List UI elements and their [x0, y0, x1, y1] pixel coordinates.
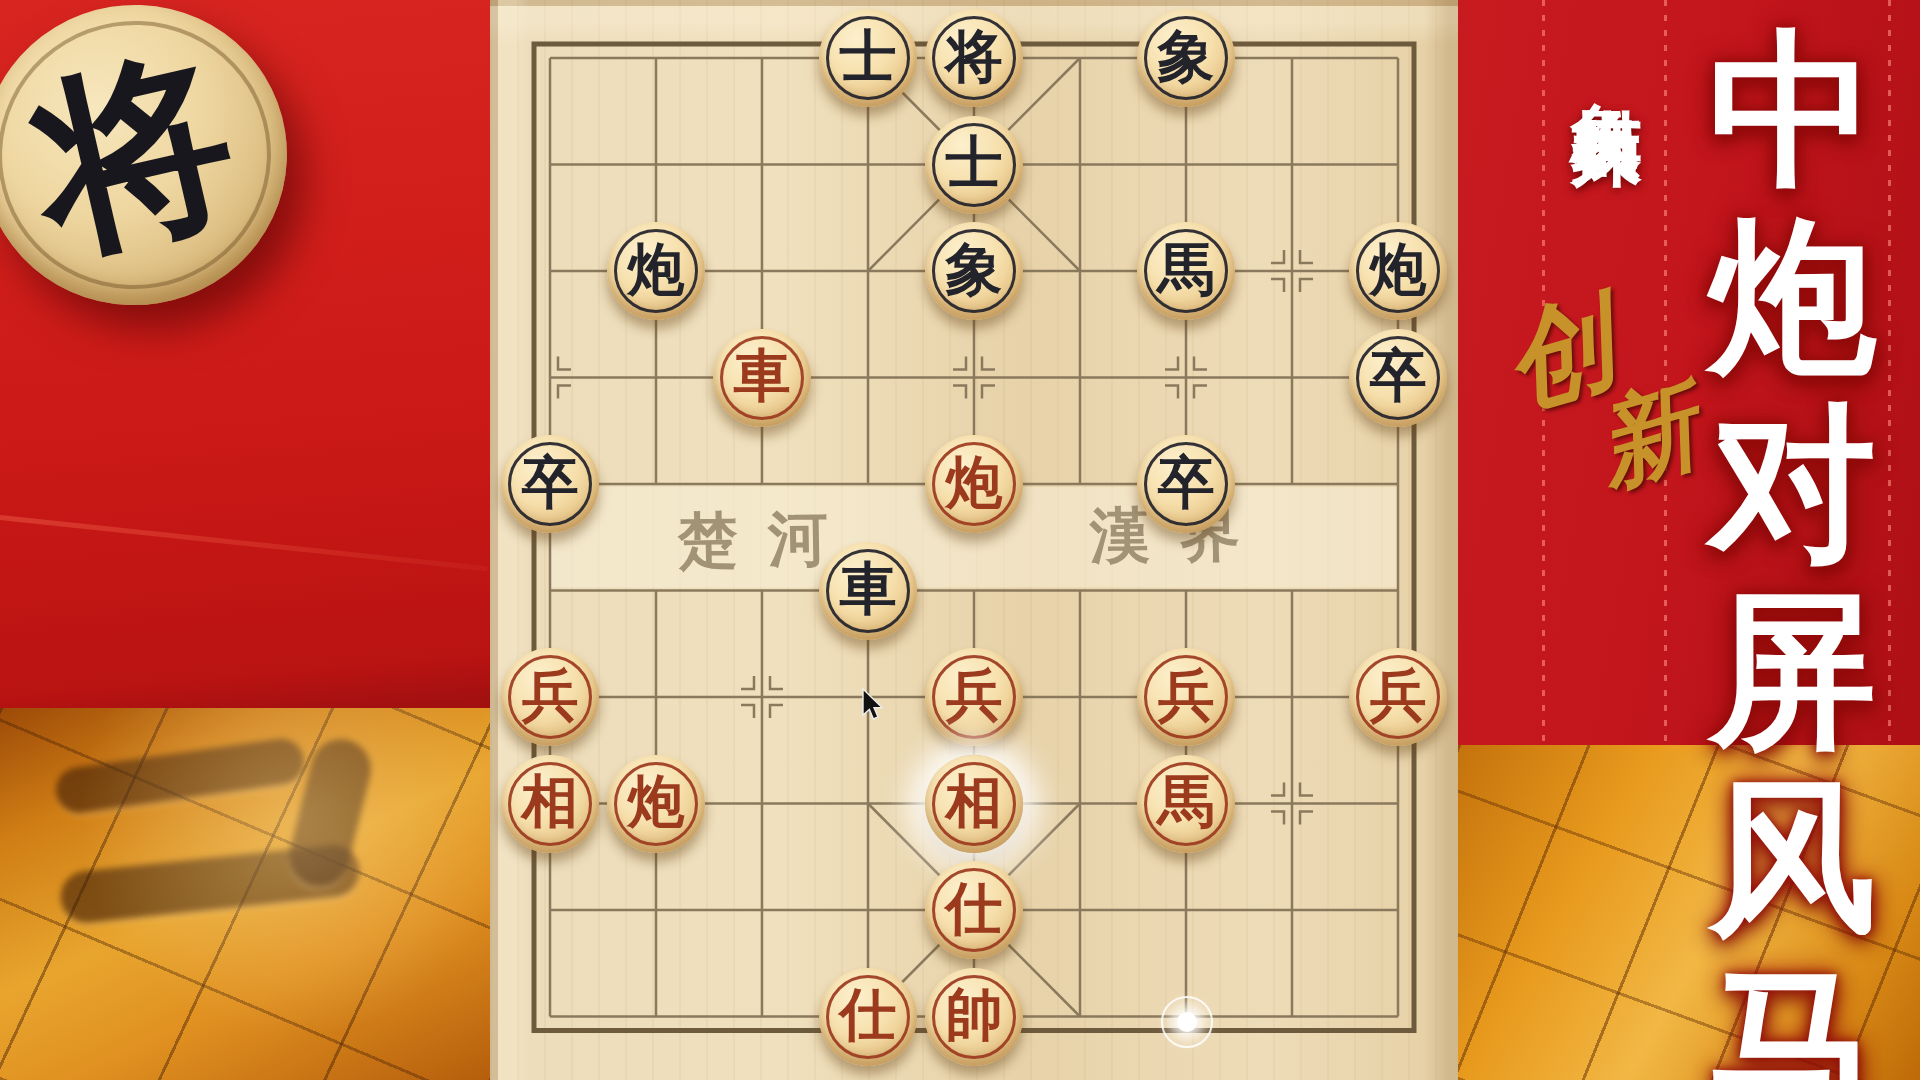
carving-stroke [283, 733, 378, 893]
piece-glyph: 卒 [522, 454, 579, 511]
piece-red-f6r6[interactable]: 兵 [1137, 648, 1235, 746]
piece-glyph: 卒 [1158, 454, 1215, 511]
piece-glyph: 馬 [1158, 773, 1215, 830]
piece-glyph: 仕 [946, 880, 1003, 937]
piece-red-f2r3[interactable]: 車 [713, 329, 811, 427]
photo-piece-general: 将 [0, 0, 309, 327]
piece-glyph: 仕 [840, 986, 897, 1043]
piece-glyph: 車 [734, 347, 791, 404]
piece-glyph: 将 [946, 28, 1003, 85]
piece-black-f8r3[interactable]: 卒 [1349, 329, 1447, 427]
stitch-line [1664, 0, 1667, 745]
piece-black-f3r0[interactable]: 士 [819, 9, 917, 107]
piece-black-f3r5[interactable]: 車 [819, 542, 917, 640]
piece-black-f4r0[interactable]: 将 [925, 9, 1023, 107]
piece-glyph: 兵 [1370, 667, 1427, 724]
piece-red-f1r7[interactable]: 炮 [607, 755, 705, 853]
piece-glyph: 卒 [1370, 347, 1427, 404]
banner-title-char: 炮 [1700, 204, 1885, 391]
piece-black-f0r4[interactable]: 卒 [501, 435, 599, 533]
piece-glyph: 炮 [946, 454, 1003, 511]
carving-stroke [53, 736, 307, 816]
piece-black-f4r2[interactable]: 象 [925, 222, 1023, 320]
piece-glyph: 相 [946, 773, 1003, 830]
piece-glyph: 馬 [1158, 241, 1215, 298]
stitch-line [1888, 0, 1891, 745]
piece-red-f4r7[interactable]: 相 [925, 755, 1023, 853]
photo-piece-general-glyph: 将 [18, 38, 252, 272]
piece-black-f6r2[interactable]: 馬 [1137, 222, 1235, 320]
app-window: 将 士 楚河 漢界 士将象士炮象馬炮卒卒卒車車炮兵兵兵兵相炮相馬仕仕帥 象棋大师 [0, 0, 1920, 1080]
carved-gold-board: 士 [0, 708, 490, 1080]
piece-black-f4r1[interactable]: 士 [925, 116, 1023, 214]
banner-title-char: 马 [1700, 952, 1885, 1080]
piece-grid: 士将象士炮象馬炮卒卒卒車車炮兵兵兵兵相炮相馬仕仕帥 [497, 5, 1451, 1070]
piece-red-f4r4[interactable]: 炮 [925, 435, 1023, 533]
banner-title-char: 中 [1700, 17, 1885, 204]
piece-glyph: 象 [1158, 28, 1215, 85]
piece-glyph: 車 [840, 560, 897, 617]
piece-glyph: 帥 [946, 986, 1003, 1043]
piece-black-f8r2[interactable]: 炮 [1349, 222, 1447, 320]
piece-red-f6r7[interactable]: 馬 [1137, 755, 1235, 853]
piece-glyph: 象 [946, 241, 1003, 298]
piece-red-f8r6[interactable]: 兵 [1349, 648, 1447, 746]
piece-red-f4r6[interactable]: 兵 [925, 648, 1023, 746]
banner-title: 中炮对屏风马 [1700, 17, 1885, 1080]
piece-glyph: 炮 [628, 773, 685, 830]
piece-glyph: 相 [522, 773, 579, 830]
xiangqi-board[interactable]: 楚河 漢界 士将象士炮象馬炮卒卒卒車車炮兵兵兵兵相炮相馬仕仕帥 [490, 0, 1458, 1080]
banner-title-char: 对 [1700, 391, 1885, 578]
piece-glyph: 士 [946, 134, 1003, 191]
piece-glyph: 炮 [1370, 241, 1427, 298]
mouse-cursor [862, 688, 888, 722]
piece-glyph: 士 [840, 28, 897, 85]
piece-black-f6r0[interactable]: 象 [1137, 9, 1235, 107]
piece-red-f3r9[interactable]: 仕 [819, 968, 917, 1066]
piece-glyph: 兵 [1158, 667, 1215, 724]
cloth-fold [0, 515, 488, 571]
piece-glyph: 兵 [522, 667, 579, 724]
left-photo-panel: 将 士 [0, 0, 490, 1080]
piece-red-f4r9[interactable]: 帥 [925, 968, 1023, 1066]
sparkle-effect [1161, 996, 1213, 1048]
banner-title-char: 风 [1700, 765, 1885, 952]
banner-script-char: 新 [1586, 376, 1707, 497]
piece-glyph: 炮 [628, 241, 685, 298]
piece-black-f6r4[interactable]: 卒 [1137, 435, 1235, 533]
piece-red-f0r6[interactable]: 兵 [501, 648, 599, 746]
banner-subtitle: 象棋大师 [1558, 44, 1654, 68]
banner-title-char: 屏 [1700, 578, 1885, 765]
right-banner: 象棋大师 创 新 中炮对屏风马 [1458, 0, 1920, 1080]
piece-glyph: 兵 [946, 667, 1003, 724]
piece-black-f1r2[interactable]: 炮 [607, 222, 705, 320]
piece-red-f0r7[interactable]: 相 [501, 755, 599, 853]
piece-red-f4r8[interactable]: 仕 [925, 861, 1023, 959]
carving-stroke [58, 842, 362, 925]
